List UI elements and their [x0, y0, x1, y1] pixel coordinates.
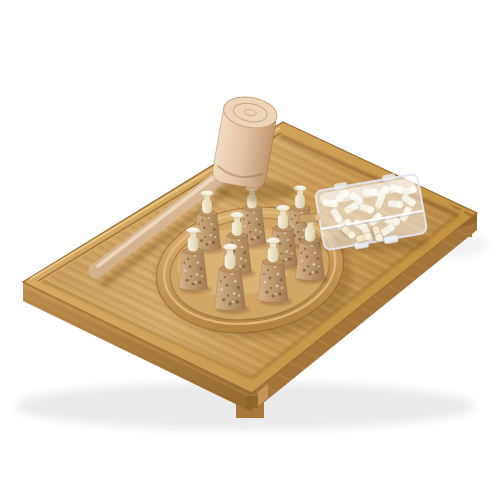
board-cell-r2c0[interactable]	[164, 291, 230, 340]
product-photo	[0, 0, 500, 500]
board-grid	[152, 194, 351, 340]
board-cell-r2c1[interactable]	[224, 283, 290, 332]
board-cell-r2c2[interactable]	[285, 274, 351, 323]
